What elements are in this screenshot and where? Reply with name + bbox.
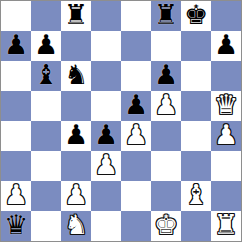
chess-board: ♜♜♚♟♟♟♝♞♟♟♟♛♟♟♟♟♟♟♟♝♛♞♚♜ — [0, 0, 242, 242]
black-pawn[interactable]: ♟ — [94, 121, 118, 150]
square-e6[interactable] — [121, 61, 151, 91]
square-e2[interactable] — [121, 181, 151, 211]
square-d5[interactable] — [91, 91, 121, 121]
square-e1[interactable] — [121, 211, 151, 241]
square-f8[interactable]: ♜ — [151, 1, 181, 31]
square-h1[interactable]: ♜ — [211, 211, 241, 241]
square-a8[interactable] — [1, 1, 31, 31]
square-a3[interactable] — [1, 151, 31, 181]
square-e8[interactable] — [121, 1, 151, 31]
square-g5[interactable] — [181, 91, 211, 121]
square-d3[interactable]: ♟ — [91, 151, 121, 181]
square-b4[interactable] — [31, 121, 61, 151]
white-pawn[interactable]: ♟ — [124, 121, 148, 150]
square-b6[interactable]: ♝ — [31, 61, 61, 91]
square-e3[interactable] — [121, 151, 151, 181]
white-king[interactable]: ♚ — [154, 211, 178, 240]
square-f4[interactable] — [151, 121, 181, 151]
square-h6[interactable] — [211, 61, 241, 91]
square-h5[interactable]: ♛ — [211, 91, 241, 121]
square-g2[interactable]: ♝ — [181, 181, 211, 211]
square-f6[interactable]: ♟ — [151, 61, 181, 91]
square-g1[interactable] — [181, 211, 211, 241]
black-bishop[interactable]: ♝ — [34, 61, 58, 90]
chess-board-container: ♜♜♚♟♟♟♝♞♟♟♟♛♟♟♟♟♟♟♟♝♛♞♚♜ — [0, 0, 242, 242]
black-pawn[interactable]: ♟ — [124, 91, 148, 120]
square-f1[interactable]: ♚ — [151, 211, 181, 241]
square-c3[interactable] — [61, 151, 91, 181]
black-knight[interactable]: ♞ — [64, 61, 88, 90]
square-h7[interactable]: ♟ — [211, 31, 241, 61]
square-f3[interactable] — [151, 151, 181, 181]
square-a4[interactable] — [1, 121, 31, 151]
square-b7[interactable]: ♟ — [31, 31, 61, 61]
square-b5[interactable] — [31, 91, 61, 121]
white-rook[interactable]: ♜ — [214, 211, 238, 240]
square-h4[interactable]: ♟ — [211, 121, 241, 151]
square-d8[interactable] — [91, 1, 121, 31]
black-pawn[interactable]: ♟ — [34, 31, 58, 60]
square-b2[interactable] — [31, 181, 61, 211]
square-a6[interactable] — [1, 61, 31, 91]
square-f2[interactable] — [151, 181, 181, 211]
white-knight[interactable]: ♞ — [64, 211, 88, 240]
square-g7[interactable] — [181, 31, 211, 61]
square-d7[interactable] — [91, 31, 121, 61]
square-g6[interactable] — [181, 61, 211, 91]
square-e5[interactable]: ♟ — [121, 91, 151, 121]
white-pawn[interactable]: ♟ — [214, 121, 238, 150]
square-c8[interactable]: ♜ — [61, 1, 91, 31]
square-c6[interactable]: ♞ — [61, 61, 91, 91]
white-queen[interactable]: ♛ — [214, 91, 238, 120]
square-d4[interactable]: ♟ — [91, 121, 121, 151]
square-b1[interactable] — [31, 211, 61, 241]
square-e7[interactable] — [121, 31, 151, 61]
black-pawn[interactable]: ♟ — [154, 61, 178, 90]
square-c2[interactable]: ♟ — [61, 181, 91, 211]
square-d1[interactable] — [91, 211, 121, 241]
square-g8[interactable]: ♚ — [181, 1, 211, 31]
square-b8[interactable] — [31, 1, 61, 31]
white-pawn[interactable]: ♟ — [154, 91, 178, 120]
black-king[interactable]: ♚ — [184, 1, 208, 30]
black-pawn[interactable]: ♟ — [64, 121, 88, 150]
black-pawn[interactable]: ♟ — [4, 31, 28, 60]
square-a7[interactable]: ♟ — [1, 31, 31, 61]
square-e4[interactable]: ♟ — [121, 121, 151, 151]
square-f5[interactable]: ♟ — [151, 91, 181, 121]
white-bishop[interactable]: ♝ — [184, 181, 208, 210]
square-g4[interactable] — [181, 121, 211, 151]
square-g3[interactable] — [181, 151, 211, 181]
square-d6[interactable] — [91, 61, 121, 91]
black-rook[interactable]: ♜ — [64, 1, 88, 30]
square-a1[interactable]: ♛ — [1, 211, 31, 241]
square-f7[interactable] — [151, 31, 181, 61]
square-c5[interactable] — [61, 91, 91, 121]
square-h2[interactable] — [211, 181, 241, 211]
black-queen[interactable]: ♛ — [4, 211, 28, 240]
white-pawn[interactable]: ♟ — [64, 181, 88, 210]
square-h3[interactable] — [211, 151, 241, 181]
square-c7[interactable] — [61, 31, 91, 61]
white-pawn[interactable]: ♟ — [94, 151, 118, 180]
white-pawn[interactable]: ♟ — [4, 181, 28, 210]
square-a2[interactable]: ♟ — [1, 181, 31, 211]
square-b3[interactable] — [31, 151, 61, 181]
square-c4[interactable]: ♟ — [61, 121, 91, 151]
black-pawn[interactable]: ♟ — [214, 31, 238, 60]
square-d2[interactable] — [91, 181, 121, 211]
square-a5[interactable] — [1, 91, 31, 121]
square-h8[interactable] — [211, 1, 241, 31]
square-c1[interactable]: ♞ — [61, 211, 91, 241]
black-rook[interactable]: ♜ — [154, 1, 178, 30]
